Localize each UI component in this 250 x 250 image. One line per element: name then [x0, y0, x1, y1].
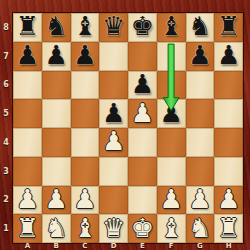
piece-white-bishop[interactable]: ♝ — [73, 215, 96, 241]
chess-board: ♜♞♝♛♚♝♞♜♟♟♟♟♟♟♟♟♟♟♟♟♟♟♟♟♜♞♝♛♚♝♞♜ — [12, 12, 244, 244]
piece-white-pawn[interactable]: ♟ — [131, 100, 154, 126]
square-a4[interactable] — [13, 128, 42, 157]
piece-white-knight[interactable]: ♞ — [44, 215, 67, 241]
square-h5[interactable] — [214, 99, 243, 128]
rank-label-2: 2 — [0, 186, 12, 215]
piece-black-pawn[interactable]: ♟ — [102, 100, 125, 126]
square-h3[interactable] — [214, 157, 243, 186]
square-c5[interactable] — [71, 99, 100, 128]
square-a6[interactable] — [13, 71, 42, 100]
square-h1[interactable]: ♜ — [214, 214, 243, 243]
square-h2[interactable]: ♟ — [214, 186, 243, 215]
file-label-c: C — [71, 242, 100, 250]
square-f8[interactable]: ♝ — [157, 13, 186, 42]
square-b8[interactable]: ♞ — [42, 13, 71, 42]
square-f4[interactable] — [157, 128, 186, 157]
square-d7[interactable] — [99, 42, 128, 71]
rank-label-5: 5 — [0, 99, 12, 128]
rank-label-7: 7 — [0, 42, 12, 71]
square-c7[interactable]: ♟ — [71, 42, 100, 71]
square-b2[interactable]: ♟ — [42, 186, 71, 215]
piece-white-rook[interactable]: ♜ — [217, 215, 240, 241]
square-b7[interactable]: ♟ — [42, 42, 71, 71]
square-f1[interactable]: ♝ — [157, 214, 186, 243]
piece-black-rook[interactable]: ♜ — [217, 13, 240, 39]
square-b4[interactable] — [42, 128, 71, 157]
piece-white-pawn[interactable]: ♟ — [16, 186, 39, 212]
piece-white-queen[interactable]: ♛ — [102, 215, 125, 241]
piece-black-pawn[interactable]: ♟ — [44, 42, 67, 68]
square-a7[interactable]: ♟ — [13, 42, 42, 71]
square-b6[interactable] — [42, 71, 71, 100]
square-e5[interactable]: ♟ — [128, 99, 157, 128]
square-g5[interactable] — [186, 99, 215, 128]
square-h8[interactable]: ♜ — [214, 13, 243, 42]
square-e1[interactable]: ♚ — [128, 214, 157, 243]
piece-white-bishop[interactable]: ♝ — [159, 215, 182, 241]
piece-white-pawn[interactable]: ♟ — [188, 186, 211, 212]
piece-black-knight[interactable]: ♞ — [44, 13, 67, 39]
square-a3[interactable] — [13, 157, 42, 186]
square-g8[interactable]: ♞ — [186, 13, 215, 42]
square-c1[interactable]: ♝ — [71, 214, 100, 243]
piece-black-bishop[interactable]: ♝ — [73, 13, 96, 39]
piece-black-bishop[interactable]: ♝ — [159, 13, 182, 39]
piece-white-knight[interactable]: ♞ — [188, 215, 211, 241]
file-label-e: E — [128, 242, 157, 250]
square-b3[interactable] — [42, 157, 71, 186]
piece-black-pawn[interactable]: ♟ — [131, 71, 154, 97]
square-a2[interactable]: ♟ — [13, 186, 42, 215]
square-d1[interactable]: ♛ — [99, 214, 128, 243]
square-g2[interactable]: ♟ — [186, 186, 215, 215]
square-f5[interactable]: ♟ — [157, 99, 186, 128]
rank-label-8: 8 — [0, 13, 12, 42]
rank-label-4: 4 — [0, 128, 12, 157]
rank-label-1: 1 — [0, 214, 12, 243]
piece-white-rook[interactable]: ♜ — [16, 215, 39, 241]
piece-black-pawn[interactable]: ♟ — [159, 100, 182, 126]
square-c4[interactable] — [71, 128, 100, 157]
square-g7[interactable]: ♟ — [186, 42, 215, 71]
piece-white-pawn[interactable]: ♟ — [102, 128, 125, 154]
square-c2[interactable]: ♟ — [71, 186, 100, 215]
square-g1[interactable]: ♞ — [186, 214, 215, 243]
piece-black-rook[interactable]: ♜ — [16, 13, 39, 39]
square-c8[interactable]: ♝ — [71, 13, 100, 42]
square-d2[interactable] — [99, 186, 128, 215]
rank-labels: 87654321 — [0, 13, 12, 243]
square-a8[interactable]: ♜ — [13, 13, 42, 42]
square-g6[interactable] — [186, 71, 215, 100]
square-d8[interactable]: ♛ — [99, 13, 128, 42]
square-b1[interactable]: ♞ — [42, 214, 71, 243]
piece-black-king[interactable]: ♚ — [131, 13, 154, 39]
square-c3[interactable] — [71, 157, 100, 186]
file-label-b: B — [42, 242, 71, 250]
square-f3[interactable] — [157, 157, 186, 186]
piece-white-king[interactable]: ♚ — [131, 215, 154, 241]
square-a5[interactable] — [13, 99, 42, 128]
piece-black-pawn[interactable]: ♟ — [16, 42, 39, 68]
square-d3[interactable] — [99, 157, 128, 186]
square-g3[interactable] — [186, 157, 215, 186]
square-h6[interactable] — [214, 71, 243, 100]
square-e2[interactable] — [128, 186, 157, 215]
square-b5[interactable] — [42, 99, 71, 128]
file-label-f: F — [157, 242, 186, 250]
piece-black-pawn[interactable]: ♟ — [217, 42, 240, 68]
file-label-d: D — [99, 242, 128, 250]
piece-black-knight[interactable]: ♞ — [188, 13, 211, 39]
file-label-g: G — [186, 242, 215, 250]
piece-white-pawn[interactable]: ♟ — [159, 186, 182, 212]
square-a1[interactable]: ♜ — [13, 214, 42, 243]
square-f7[interactable] — [157, 42, 186, 71]
piece-white-pawn[interactable]: ♟ — [44, 186, 67, 212]
piece-black-pawn[interactable]: ♟ — [188, 42, 211, 68]
piece-white-pawn[interactable]: ♟ — [73, 186, 96, 212]
square-g4[interactable] — [186, 128, 215, 157]
rank-label-3: 3 — [0, 157, 12, 186]
piece-black-pawn[interactable]: ♟ — [73, 42, 96, 68]
square-e3[interactable] — [128, 157, 157, 186]
square-e7[interactable] — [128, 42, 157, 71]
square-d6[interactable] — [99, 71, 128, 100]
file-labels: ABCDEFGH — [13, 242, 243, 250]
square-e8[interactable]: ♚ — [128, 13, 157, 42]
chess-board-widget: ♜♞♝♛♚♝♞♜♟♟♟♟♟♟♟♟♟♟♟♟♟♟♟♟♜♞♝♛♚♝♞♜ 8765432… — [0, 0, 250, 250]
square-f2[interactable]: ♟ — [157, 186, 186, 215]
file-label-h: H — [214, 242, 243, 250]
square-h4[interactable] — [214, 128, 243, 157]
piece-white-pawn[interactable]: ♟ — [217, 186, 240, 212]
piece-black-queen[interactable]: ♛ — [102, 13, 125, 39]
square-e4[interactable] — [128, 128, 157, 157]
rank-label-6: 6 — [0, 71, 12, 100]
square-f6[interactable] — [157, 71, 186, 100]
square-e6[interactable]: ♟ — [128, 71, 157, 100]
square-c6[interactable] — [71, 71, 100, 100]
square-h7[interactable]: ♟ — [214, 42, 243, 71]
file-label-a: A — [13, 242, 42, 250]
square-d4[interactable]: ♟ — [99, 128, 128, 157]
square-d5[interactable]: ♟ — [99, 99, 128, 128]
